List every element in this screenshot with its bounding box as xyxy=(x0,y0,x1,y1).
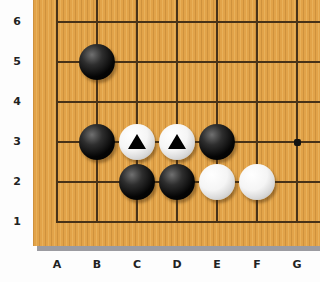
stone-black-B5[interactable] xyxy=(79,44,115,80)
stone-black-B3[interactable] xyxy=(79,124,115,160)
stone-black-C2[interactable] xyxy=(119,164,155,200)
stone-black-E3[interactable] xyxy=(199,124,235,160)
stone-white-F2[interactable] xyxy=(239,164,275,200)
stone-white-C3[interactable] xyxy=(119,124,155,160)
col-label-B: B xyxy=(77,258,117,272)
col-label-D: D xyxy=(157,258,197,272)
row-label-4: 4 xyxy=(2,95,32,109)
row-label-6: 6 xyxy=(2,15,32,29)
stone-black-D2[interactable] xyxy=(159,164,195,200)
go-board-diagram: 654321 ABCDEFG xyxy=(0,0,320,282)
col-label-F: F xyxy=(237,258,277,272)
triangle-marker-icon xyxy=(168,134,186,149)
row-label-5: 5 xyxy=(2,55,32,69)
col-label-C: C xyxy=(117,258,157,272)
stones-grid xyxy=(37,2,317,242)
board[interactable] xyxy=(33,0,320,246)
col-label-A: A xyxy=(37,258,77,272)
board-shadow xyxy=(37,246,320,251)
stone-white-E2[interactable] xyxy=(199,164,235,200)
row-label-2: 2 xyxy=(2,175,32,189)
col-label-G: G xyxy=(277,258,317,272)
triangle-marker-icon xyxy=(128,134,146,149)
stone-white-D3[interactable] xyxy=(159,124,195,160)
row-label-1: 1 xyxy=(2,215,32,229)
row-label-3: 3 xyxy=(2,135,32,149)
col-label-E: E xyxy=(197,258,237,272)
